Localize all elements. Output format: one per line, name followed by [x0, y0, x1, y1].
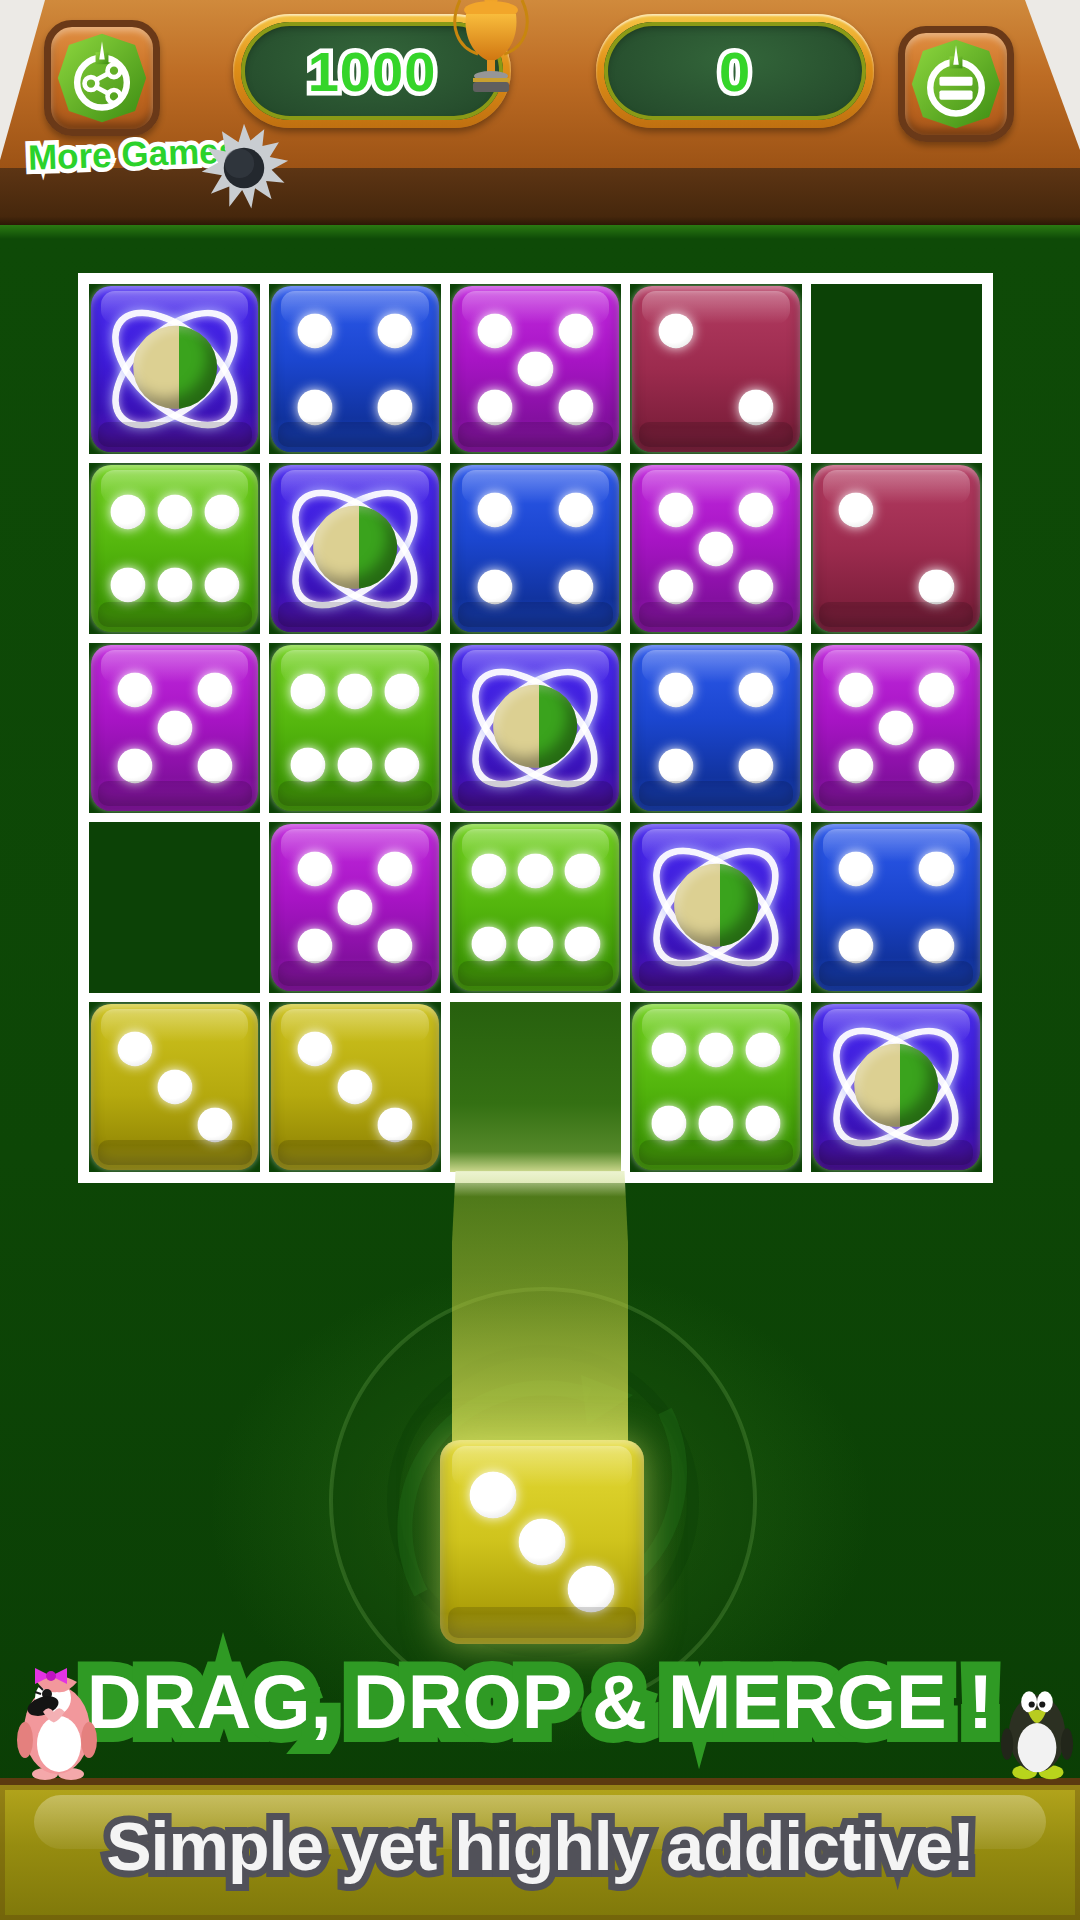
pip: [384, 674, 419, 709]
pip: [297, 852, 332, 887]
die-red-2[interactable]: [813, 465, 980, 631]
share-button[interactable]: [44, 20, 160, 136]
pip: [378, 390, 413, 425]
pip: [839, 928, 874, 963]
share-icon: [56, 32, 148, 124]
current-score-panel: 0: [596, 14, 874, 128]
pip: [839, 749, 874, 784]
pip: [384, 747, 419, 782]
pip: [518, 853, 553, 888]
pip: [157, 568, 192, 603]
die-atom-wild[interactable]: [813, 1004, 980, 1170]
pip: [157, 710, 192, 745]
board-cell-3-1[interactable]: [89, 643, 260, 813]
pip: [651, 1106, 686, 1141]
die-yellow-3[interactable]: [440, 1440, 644, 1644]
pip: [338, 747, 373, 782]
banner-text: Simple yet highly addictive!: [106, 1807, 974, 1885]
die-atom-wild[interactable]: [91, 286, 258, 452]
pip: [157, 494, 192, 529]
pip: [651, 1033, 686, 1068]
pip: [291, 674, 326, 709]
die-yellow-3[interactable]: [271, 1004, 438, 1170]
pip: [919, 569, 954, 604]
pip: [919, 672, 954, 707]
board-cell-5-3[interactable]: [450, 1002, 621, 1172]
pip: [297, 390, 332, 425]
board-cell-2-1[interactable]: [89, 463, 260, 633]
pip: [558, 569, 593, 604]
die-purple-5[interactable]: [632, 465, 799, 631]
current-score-value: 0: [719, 39, 751, 104]
tagline-text: DRAG, DROP & MERGE !: [87, 1658, 993, 1745]
bullet-hole-icon: [198, 122, 290, 214]
board-cell-2-3[interactable]: [450, 463, 621, 633]
pip: [117, 1031, 152, 1066]
board-cell-1-4[interactable]: [630, 284, 801, 454]
pip: [558, 493, 593, 528]
die-blue-4[interactable]: [632, 645, 799, 811]
pip: [558, 390, 593, 425]
pip: [297, 928, 332, 963]
pip: [919, 749, 954, 784]
board-cell-5-2[interactable]: [269, 1002, 440, 1172]
menu-icon: [910, 38, 1002, 130]
pip: [738, 390, 773, 425]
board-cell-5-1[interactable]: [89, 1002, 260, 1172]
pip: [565, 853, 600, 888]
board-cell-1-2[interactable]: [269, 284, 440, 454]
pip: [378, 1107, 413, 1142]
board-cell-4-5[interactable]: [811, 822, 982, 992]
board: [78, 273, 993, 1183]
pip: [197, 672, 232, 707]
pip: [338, 674, 373, 709]
pip: [568, 1565, 615, 1612]
board-cell-1-3[interactable]: [450, 284, 621, 454]
die-blue-4[interactable]: [271, 286, 438, 452]
board-cell-4-4[interactable]: [630, 822, 801, 992]
die-purple-5[interactable]: [813, 645, 980, 811]
pip: [478, 569, 513, 604]
board-cell-2-2[interactable]: [269, 463, 440, 633]
die-green-6[interactable]: [632, 1004, 799, 1170]
pip: [658, 569, 693, 604]
game-screen: 1000 0 More Games: [0, 0, 1080, 1920]
pip: [745, 1033, 780, 1068]
pip: [698, 1033, 733, 1068]
pip: [658, 313, 693, 348]
penguin-mascot-right-icon: [993, 1666, 1080, 1780]
pip: [518, 926, 553, 961]
die-blue-4[interactable]: [813, 824, 980, 990]
penguin-mascot-left-icon: [6, 1652, 108, 1780]
pip: [658, 493, 693, 528]
pip: [117, 749, 152, 784]
current-die-tray[interactable]: [438, 1438, 646, 1646]
drop-beam: [452, 1171, 628, 1457]
pip: [658, 749, 693, 784]
pip: [471, 926, 506, 961]
die-blue-4[interactable]: [452, 465, 619, 631]
die-green-6[interactable]: [91, 465, 258, 631]
pip: [565, 926, 600, 961]
pip: [470, 1472, 517, 1519]
board-cell-3-5[interactable]: [811, 643, 982, 813]
die-green-6[interactable]: [452, 824, 619, 990]
die-atom-wild[interactable]: [632, 824, 799, 990]
board-cell-3-4[interactable]: [630, 643, 801, 813]
board-cell-5-4[interactable]: [630, 1002, 801, 1172]
pip: [297, 1031, 332, 1066]
board-cell-1-1[interactable]: [89, 284, 260, 454]
pip: [745, 1106, 780, 1141]
pip: [204, 568, 239, 603]
banner-text-row: Simple yet highly addictive!: [0, 1807, 1080, 1885]
board-cell-4-3[interactable]: [450, 822, 621, 992]
pip: [478, 313, 513, 348]
pip: [839, 672, 874, 707]
pip: [558, 313, 593, 348]
pip: [919, 928, 954, 963]
best-score-value: 1000: [308, 39, 437, 104]
die-purple-5[interactable]: [271, 824, 438, 990]
pip: [658, 672, 693, 707]
die-atom-wild[interactable]: [271, 465, 438, 631]
pip: [110, 568, 145, 603]
die-purple-5[interactable]: [91, 645, 258, 811]
pip: [297, 313, 332, 348]
board-cell-2-4[interactable]: [630, 463, 801, 633]
pip: [879, 710, 914, 745]
pip: [110, 494, 145, 529]
pip: [518, 352, 553, 387]
pip: [204, 494, 239, 529]
pip: [519, 1519, 566, 1566]
die-atom-wild[interactable]: [452, 645, 619, 811]
board-cell-5-5[interactable]: [811, 1002, 982, 1172]
pip: [291, 747, 326, 782]
pip: [738, 493, 773, 528]
pip: [117, 672, 152, 707]
pip: [157, 1069, 192, 1104]
board-cell-4-1[interactable]: [89, 822, 260, 992]
pip: [378, 313, 413, 348]
pip: [378, 928, 413, 963]
pip: [378, 852, 413, 887]
menu-button[interactable]: [898, 26, 1014, 142]
pip: [839, 493, 874, 528]
board-cell-4-2[interactable]: [269, 822, 440, 992]
die-yellow-3[interactable]: [91, 1004, 258, 1170]
pip: [839, 852, 874, 887]
pip: [738, 569, 773, 604]
pip: [478, 493, 513, 528]
pip: [698, 1106, 733, 1141]
board-cell-1-5[interactable]: [811, 284, 982, 454]
pip: [919, 852, 954, 887]
pip: [197, 1107, 232, 1142]
die-red-2[interactable]: [632, 286, 799, 452]
pip: [738, 749, 773, 784]
header-lower-band: [0, 168, 1080, 225]
pip: [471, 853, 506, 888]
pip: [338, 1069, 373, 1104]
bottom-banner: Simple yet highly addictive!: [0, 1778, 1080, 1920]
pip: [478, 390, 513, 425]
pip: [197, 749, 232, 784]
pip: [698, 531, 733, 566]
tagline: DRAG, DROP & MERGE !: [0, 1658, 1080, 1745]
board-cell-3-3[interactable]: [450, 643, 621, 813]
board-cell-2-5[interactable]: [811, 463, 982, 633]
pip: [738, 672, 773, 707]
die-purple-5[interactable]: [452, 286, 619, 452]
trophy-icon: [446, 0, 536, 102]
die-green-6[interactable]: [271, 645, 438, 811]
board-cell-3-2[interactable]: [269, 643, 440, 813]
pip: [338, 890, 373, 925]
